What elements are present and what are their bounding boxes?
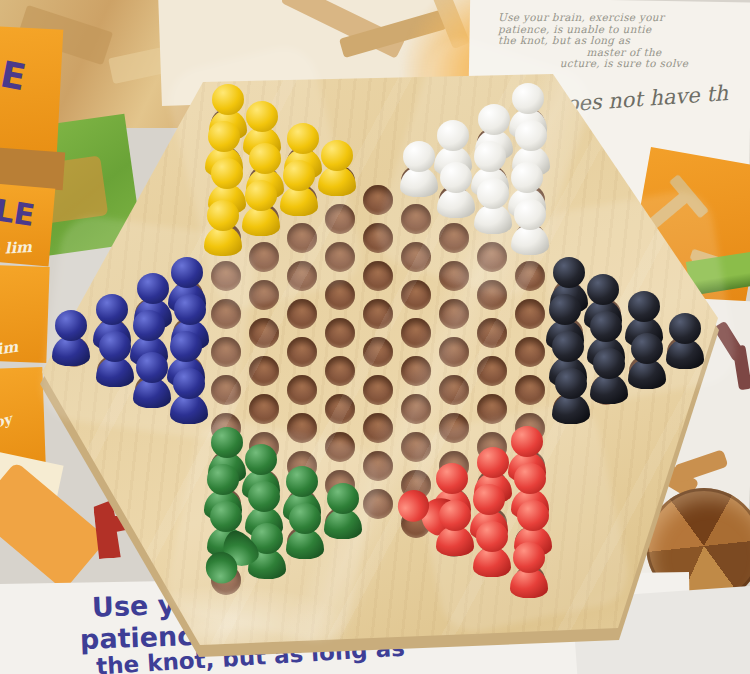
board-hole [439,299,469,329]
orange-puzzle-box: lim [0,265,50,363]
board-hole [363,413,393,443]
box-script-text: oy [0,410,13,430]
board-hole [249,318,279,348]
board-hole [439,337,469,367]
orange-puzzle-box: E [0,26,63,157]
board-hole [363,261,393,291]
board-hole [249,394,279,424]
board-hole [287,299,317,329]
board-hole [363,337,393,367]
box-script-text: e lim [0,238,32,258]
board-hole [401,280,431,310]
board-hole [325,356,355,386]
plastic-bag-black-camp [534,186,740,408]
board-hole [401,356,431,386]
box-script-text: lim [0,338,19,360]
board-hole [477,356,507,386]
board-hole [515,375,545,405]
instruction-line: the knot, but as long as [498,35,750,47]
board-hole [439,375,469,405]
board-hole [515,337,545,367]
board-hole [401,394,431,424]
plastic-bag-blue-camp [37,212,259,442]
board-hole [401,318,431,348]
orange-puzzle-box: oy [0,367,46,465]
board-hole [249,356,279,386]
box-letter: E [0,53,29,98]
instruction-line: Use your brain, exercise your [498,12,750,24]
scene: Use your brain, exercise your patience, … [0,0,750,674]
orange-puzzle-box: LE e lim [0,184,55,267]
board-hole [287,337,317,367]
board-hole [325,318,355,348]
board-hole [477,318,507,348]
board-hole [363,375,393,405]
wood-piece-photo [673,449,728,483]
board-hole [287,375,317,405]
board-hole [363,299,393,329]
board-hole [325,394,355,424]
board-hole [515,299,545,329]
box-letter: LE [0,192,37,233]
